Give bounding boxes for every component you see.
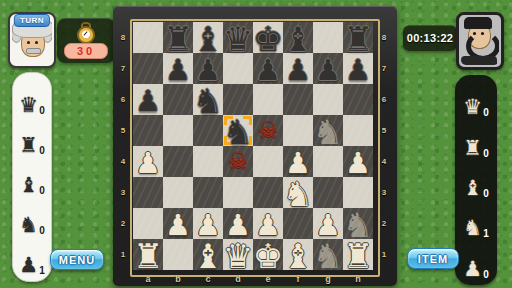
square-c2[interactable]: ♟ bbox=[193, 208, 223, 239]
tray-icon-white-bishop: ♝ bbox=[463, 177, 482, 199]
piece-white-bishop-c1[interactable]: ♝ bbox=[193, 241, 223, 272]
menu-button[interactable]: MENU bbox=[50, 249, 104, 270]
tray-icon-black-pawn: ♟ bbox=[19, 254, 38, 276]
captured-row-black-pawn: ♟1 bbox=[13, 238, 51, 276]
square-g2[interactable]: ♟ bbox=[313, 208, 343, 239]
player-right-avatar bbox=[461, 17, 499, 65]
square-a3[interactable] bbox=[133, 177, 163, 208]
square-f4[interactable]: ♟ bbox=[283, 146, 313, 177]
tray-icon-black-bishop: ♝ bbox=[19, 174, 38, 196]
square-a6[interactable]: ♟ bbox=[133, 84, 163, 115]
square-c4[interactable] bbox=[193, 146, 223, 177]
captured-row-black-queen: ♛0 bbox=[13, 78, 51, 116]
piece-white-king-e1[interactable]: ♚ bbox=[253, 241, 283, 272]
captured-tray-white-pieces: ♛0♜0♝0♞1♟0 bbox=[455, 75, 497, 285]
square-e3[interactable] bbox=[253, 177, 283, 208]
square-h6[interactable] bbox=[343, 84, 373, 115]
rank-label-2: 2 bbox=[116, 208, 130, 239]
square-f6[interactable] bbox=[283, 84, 313, 115]
square-e5[interactable]: ☠ bbox=[253, 115, 283, 146]
item-button[interactable]: ITEM bbox=[407, 248, 459, 269]
piece-white-rook-a1[interactable]: ♜ bbox=[133, 241, 163, 272]
tray-icon-black-rook: ♜ bbox=[19, 134, 38, 156]
square-h1[interactable]: ♜ bbox=[343, 239, 373, 270]
piece-black-king-e8[interactable]: ♚ bbox=[253, 24, 283, 55]
piece-black-pawn-g7[interactable]: ♟ bbox=[315, 55, 341, 86]
square-a1[interactable]: ♜ bbox=[133, 239, 163, 270]
rank-label-6: 6 bbox=[377, 84, 391, 115]
rank-label-5: 5 bbox=[377, 115, 391, 146]
file-label-b: b bbox=[163, 274, 193, 284]
tray-count-white-knight: 1 bbox=[483, 228, 489, 239]
square-e7[interactable]: ♟ bbox=[253, 53, 283, 84]
rank-label-8: 8 bbox=[377, 22, 391, 53]
board-frame: ♜♝♛♚♝♜♟♟♟♟♟♟♟♞♞☠♞♟☠♟♟♞♟♟♟♟♟♞♜♝♛♚♝♞♜ 8877… bbox=[113, 6, 397, 286]
piece-black-knight-d5[interactable]: ♞ bbox=[223, 117, 253, 148]
piece-black-queen-d8[interactable]: ♛ bbox=[223, 24, 253, 55]
captured-row-white-bishop: ♝0 bbox=[455, 161, 497, 199]
square-g8[interactable] bbox=[313, 22, 343, 53]
square-h8[interactable]: ♜ bbox=[343, 22, 373, 53]
piece-black-pawn-b7[interactable]: ♟ bbox=[165, 55, 191, 86]
square-d4[interactable]: ☠ bbox=[223, 146, 253, 177]
captured-row-white-knight: ♞1 bbox=[455, 201, 497, 239]
square-f8[interactable]: ♝ bbox=[283, 22, 313, 53]
square-b7[interactable]: ♟ bbox=[163, 53, 193, 84]
square-e8[interactable]: ♚ bbox=[253, 22, 283, 53]
captured-row-black-knight: ♞0 bbox=[13, 198, 51, 236]
square-a5[interactable] bbox=[133, 115, 163, 146]
avatar-hair bbox=[464, 17, 492, 29]
player-right-card[interactable] bbox=[456, 12, 504, 70]
piece-white-queen-d1[interactable]: ♛ bbox=[223, 241, 253, 272]
chess-board[interactable]: ♜♝♛♚♝♜♟♟♟♟♟♟♟♞♞☠♞♟☠♟♟♞♟♟♟♟♟♞♜♝♛♚♝♞♜ bbox=[133, 22, 373, 270]
rank-label-6: 6 bbox=[116, 84, 130, 115]
captured-row-white-queen: ♛0 bbox=[455, 80, 497, 118]
piece-white-pawn-b2[interactable]: ♟ bbox=[165, 210, 191, 241]
rank-label-1: 1 bbox=[116, 239, 130, 270]
square-d8[interactable]: ♛ bbox=[223, 22, 253, 53]
rank-label-8: 8 bbox=[116, 22, 130, 53]
square-b8[interactable]: ♜ bbox=[163, 22, 193, 53]
rank-label-3: 3 bbox=[377, 177, 391, 208]
avatar-eyes bbox=[473, 32, 476, 35]
tray-icon-white-rook: ♜ bbox=[463, 137, 482, 159]
square-d1[interactable]: ♛ bbox=[223, 239, 253, 270]
ghost-move-preview-g1[interactable]: ♞ bbox=[313, 241, 343, 272]
rank-label-7: 7 bbox=[377, 53, 391, 84]
rank-label-1: 1 bbox=[377, 239, 391, 270]
square-g7[interactable]: ♟ bbox=[313, 53, 343, 84]
ghost-move-preview-g5[interactable]: ♞ bbox=[313, 117, 343, 148]
piece-white-pawn-h4[interactable]: ♟ bbox=[345, 148, 371, 179]
square-b4[interactable] bbox=[163, 146, 193, 177]
tray-count-black-rook: 0 bbox=[39, 145, 45, 156]
captured-row-white-rook: ♜0 bbox=[455, 121, 497, 159]
square-e1[interactable]: ♚ bbox=[253, 239, 283, 270]
square-c6[interactable]: ♞ bbox=[193, 84, 223, 115]
square-b6[interactable] bbox=[163, 84, 193, 115]
tray-icon-black-knight: ♞ bbox=[19, 214, 38, 236]
square-g5[interactable]: ♞ bbox=[313, 115, 343, 146]
square-h4[interactable]: ♟ bbox=[343, 146, 373, 177]
tray-count-black-queen: 0 bbox=[39, 105, 45, 116]
square-f3[interactable]: ♞ bbox=[283, 177, 313, 208]
player-left-card[interactable]: TURN bbox=[8, 12, 56, 68]
square-h5[interactable] bbox=[343, 115, 373, 146]
piece-black-bishop-c8[interactable]: ♝ bbox=[193, 24, 223, 55]
tray-icon-black-queen: ♛ bbox=[19, 94, 38, 116]
turn-badge: TURN bbox=[14, 14, 50, 27]
square-b2[interactable]: ♟ bbox=[163, 208, 193, 239]
square-a7[interactable] bbox=[133, 53, 163, 84]
tray-count-black-bishop: 0 bbox=[39, 185, 45, 196]
square-e2[interactable]: ♟ bbox=[253, 208, 283, 239]
square-d2[interactable]: ♟ bbox=[223, 208, 253, 239]
square-e6[interactable] bbox=[253, 84, 283, 115]
captured-tray-black-pieces: ♛0♜0♝0♞0♟1 bbox=[12, 72, 52, 282]
piece-black-pawn-h7[interactable]: ♟ bbox=[345, 55, 371, 86]
square-f1[interactable]: ♝ bbox=[283, 239, 313, 270]
square-h2[interactable]: ♞ bbox=[343, 208, 373, 239]
piece-white-bishop-f1[interactable]: ♝ bbox=[283, 241, 313, 272]
square-f5[interactable] bbox=[283, 115, 313, 146]
piece-black-rook-b8[interactable]: ♜ bbox=[163, 24, 193, 55]
square-g6[interactable] bbox=[313, 84, 343, 115]
tray-icon-white-knight: ♞ bbox=[463, 217, 482, 239]
captured-row-black-bishop: ♝0 bbox=[13, 158, 51, 196]
square-c1[interactable]: ♝ bbox=[193, 239, 223, 270]
piece-black-rook-h8[interactable]: ♜ bbox=[343, 24, 373, 55]
piece-black-bishop-f8[interactable]: ♝ bbox=[283, 24, 313, 55]
piece-white-rook-h1[interactable]: ♜ bbox=[343, 241, 373, 272]
tray-icon-white-pawn: ♟ bbox=[463, 258, 482, 280]
square-h3[interactable] bbox=[343, 177, 373, 208]
tray-count-black-knight: 0 bbox=[39, 225, 45, 236]
piece-black-pawn-e7[interactable]: ♟ bbox=[255, 55, 281, 86]
rank-label-4: 4 bbox=[116, 146, 130, 177]
game-timer: 00:13:22 bbox=[403, 25, 457, 51]
move-timer-value: 30 bbox=[64, 43, 108, 59]
piece-white-knight-f3[interactable]: ♞ bbox=[283, 179, 313, 210]
piece-black-pawn-a6[interactable]: ♟ bbox=[135, 86, 161, 117]
square-b3[interactable] bbox=[163, 177, 193, 208]
captured-row-white-pawn: ♟0 bbox=[455, 242, 497, 280]
rank-label-5: 5 bbox=[116, 115, 130, 146]
tray-count-white-rook: 0 bbox=[483, 148, 489, 159]
piece-white-pawn-a4[interactable]: ♟ bbox=[135, 148, 161, 179]
square-b1[interactable] bbox=[163, 239, 193, 270]
tray-count-black-pawn: 1 bbox=[39, 265, 45, 276]
square-e4[interactable] bbox=[253, 146, 283, 177]
tray-count-white-bishop: 0 bbox=[483, 188, 489, 199]
square-d6[interactable] bbox=[223, 84, 253, 115]
square-h7[interactable]: ♟ bbox=[343, 53, 373, 84]
square-f7[interactable]: ♟ bbox=[283, 53, 313, 84]
game-screen: TURN 30 00:13:22 ♜♝♛♚♝♜♟♟♟♟♟♟♟♞♞☠♞♟☠♟♟♞♟… bbox=[0, 0, 512, 288]
square-a2[interactable] bbox=[133, 208, 163, 239]
tray-count-white-pawn: 0 bbox=[483, 269, 489, 280]
square-a8[interactable] bbox=[133, 22, 163, 53]
danger-skull-icon-e5: ☠ bbox=[258, 117, 279, 143]
tray-icon-white-queen: ♛ bbox=[463, 96, 482, 118]
piece-black-knight-c6[interactable]: ♞ bbox=[193, 86, 223, 117]
avatar-eyes bbox=[27, 41, 30, 44]
square-b5[interactable] bbox=[163, 115, 193, 146]
danger-skull-icon-d4: ☠ bbox=[228, 148, 249, 174]
avatar-mustache bbox=[26, 48, 41, 54]
captured-row-black-rook: ♜0 bbox=[13, 118, 51, 156]
square-d3[interactable] bbox=[223, 177, 253, 208]
piece-black-pawn-f7[interactable]: ♟ bbox=[285, 55, 311, 86]
rank-label-7: 7 bbox=[116, 53, 130, 84]
square-c3[interactable] bbox=[193, 177, 223, 208]
square-c8[interactable]: ♝ bbox=[193, 22, 223, 53]
square-c7[interactable]: ♟ bbox=[193, 53, 223, 84]
avatar-suit bbox=[461, 56, 497, 65]
square-d5[interactable]: ♞ bbox=[223, 115, 253, 146]
rank-label-4: 4 bbox=[377, 146, 391, 177]
rank-label-3: 3 bbox=[116, 177, 130, 208]
square-a4[interactable]: ♟ bbox=[133, 146, 163, 177]
alarm-clock-icon bbox=[77, 26, 95, 44]
square-g1[interactable]: ♞ bbox=[313, 239, 343, 270]
move-timer-panel: 30 bbox=[57, 18, 115, 63]
rank-label-2: 2 bbox=[377, 208, 391, 239]
square-g3[interactable] bbox=[313, 177, 343, 208]
tray-count-white-queen: 0 bbox=[483, 107, 489, 118]
